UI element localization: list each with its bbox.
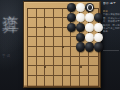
grid-cell[interactable] — [45, 18, 54, 28]
grid-cell[interactable] — [28, 57, 37, 67]
black-stone — [76, 42, 85, 51]
grid-cell[interactable] — [28, 76, 37, 86]
grid-cell[interactable] — [28, 28, 37, 38]
grid-cell[interactable] — [45, 28, 54, 38]
grid-cell[interactable] — [63, 76, 72, 86]
grid-cell[interactable] — [54, 28, 63, 38]
grid-cell[interactable] — [37, 9, 46, 19]
black-stone — [85, 42, 94, 51]
grid-cell[interactable] — [71, 66, 80, 76]
grid-cell[interactable] — [63, 66, 72, 76]
grid-cell[interactable] — [45, 76, 54, 86]
panel-title: 围棋·提子 — [103, 2, 120, 5]
left-calligraphy: 弈道 — [1, 1, 21, 49]
go-board[interactable] — [23, 1, 101, 88]
grid-cell[interactable] — [45, 66, 54, 76]
grid-cell[interactable] — [28, 18, 37, 28]
left-seal-text: 手谈 — [2, 53, 11, 58]
tutorial-line: 棋盘。 — [103, 30, 120, 33]
grid-cell[interactable] — [28, 9, 37, 19]
grid-cell[interactable] — [54, 57, 63, 67]
grid-cell[interactable] — [28, 66, 37, 76]
grid-cell[interactable] — [54, 18, 63, 28]
grid-cell[interactable] — [37, 47, 46, 57]
grid-cell[interactable] — [71, 57, 80, 67]
grid-cell[interactable] — [45, 9, 54, 19]
grid-cell[interactable] — [54, 66, 63, 76]
grid-cell[interactable] — [80, 57, 89, 67]
right-info-panel: 围棋·提子 提子白棋大龙被黑棋围困，仅剩最后一口气。黑棋落子于白棋气口，即可将无… — [102, 0, 120, 90]
grid-cell[interactable] — [80, 76, 89, 86]
grid-cell[interactable] — [28, 37, 37, 47]
grid-cell[interactable] — [45, 47, 54, 57]
grid-cell[interactable] — [63, 57, 72, 67]
grid-cell[interactable] — [37, 28, 46, 38]
star-point — [44, 66, 46, 68]
grid-cell[interactable] — [63, 47, 72, 57]
grid-cell[interactable] — [89, 57, 98, 67]
grid-cell[interactable] — [54, 76, 63, 86]
tutorial-text: 提子白棋大龙被黑棋围困，仅剩最后一口气。黑棋落子于白棋气口，即可将无气之白子全部… — [103, 10, 120, 34]
panel-divider — [103, 50, 119, 51]
grid-cell[interactable] — [54, 47, 63, 57]
grid-cell[interactable] — [63, 37, 72, 47]
grid-cell[interactable] — [37, 57, 46, 67]
grid-cell[interactable] — [45, 57, 54, 67]
grid-cell[interactable] — [45, 37, 54, 47]
grid-cell[interactable] — [37, 37, 46, 47]
grid-cell[interactable] — [28, 47, 37, 57]
grid-cell[interactable] — [89, 76, 98, 86]
star-point — [80, 66, 82, 68]
star-point — [62, 46, 64, 48]
grid-cell[interactable] — [89, 66, 98, 76]
grid-cell[interactable] — [54, 9, 63, 19]
grid-cell[interactable] — [37, 76, 46, 86]
grid-cell[interactable] — [71, 76, 80, 86]
